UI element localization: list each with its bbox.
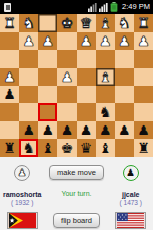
square-d4[interactable] [77, 68, 96, 86]
white-player-info: ramoshorta ( 1932 ) [3, 191, 42, 207]
white-player-name: ramoshorta [3, 191, 42, 199]
clock-text: 2:49 PM [122, 0, 150, 14]
black-rook-h8: ♜ [3, 141, 16, 155]
square-d8[interactable]: ♛ [77, 139, 96, 157]
white-pawn-f2: ♟ [42, 34, 55, 48]
white-pawn-h4: ♟ [3, 70, 16, 84]
square-g7[interactable]: ♟ [19, 121, 38, 139]
usa-flag-icon [115, 212, 146, 229]
white-knight-g1: ♞ [22, 16, 35, 30]
black-pawn-icon: ♟ [126, 168, 135, 178]
white-rook-h1: ♜ [3, 16, 16, 30]
app-screen: 2:49 PM ♜♞♚♛♝♞♜♟♟♟♟♟♟♟♟♝♟♞♟♟♟♟♟♟♟♜♞♝♚♛♝♜… [0, 0, 153, 230]
white-pawn-g2: ♟ [22, 34, 35, 48]
square-f5[interactable] [38, 86, 57, 104]
network-activity-icon [88, 3, 97, 12]
square-f7[interactable]: ♟ [38, 121, 57, 139]
square-d6[interactable] [77, 103, 96, 121]
square-a4[interactable] [134, 68, 153, 86]
chess-board: ♜♞♚♛♝♞♜♟♟♟♟♟♟♟♟♝♟♞♟♟♟♟♟♟♟♜♞♝♚♛♝♜ [0, 14, 153, 157]
square-f6[interactable] [38, 103, 57, 121]
sim-card-icon [4, 3, 11, 12]
black-pawn-g7: ♟ [22, 123, 35, 137]
square-h4[interactable]: ♟ [0, 68, 19, 86]
square-a3[interactable] [134, 50, 153, 68]
status-bar: 2:49 PM [0, 0, 153, 14]
square-e8[interactable]: ♚ [57, 139, 76, 157]
square-h2[interactable] [0, 32, 19, 50]
black-bishop-c8: ♝ [99, 141, 112, 155]
square-h5[interactable]: ♟ [0, 86, 19, 104]
square-a1[interactable]: ♜ [134, 14, 153, 32]
black-pawn-a7: ♟ [137, 123, 150, 137]
square-g5[interactable] [19, 86, 38, 104]
square-a2[interactable]: ♟ [134, 32, 153, 50]
square-c8[interactable]: ♝ [96, 139, 115, 157]
white-pawn-e4: ♟ [61, 70, 74, 84]
make-move-button[interactable]: make move [49, 165, 104, 181]
black-pawn-c7: ♟ [99, 123, 112, 137]
square-b3[interactable] [115, 50, 134, 68]
square-c2[interactable]: ♟ [96, 32, 115, 50]
square-b5[interactable] [115, 86, 134, 104]
turn-status-text: Your turn. [61, 190, 91, 197]
square-e4[interactable]: ♟ [57, 68, 76, 86]
white-player-rating: ( 1932 ) [3, 199, 42, 206]
black-player-name: jjcale [120, 191, 142, 199]
white-bishop-c1: ♝ [99, 16, 112, 30]
square-a6[interactable] [134, 103, 153, 121]
square-e2[interactable] [57, 32, 76, 50]
square-h3[interactable] [0, 50, 19, 68]
white-pawn-b2: ♟ [118, 34, 131, 48]
square-b6[interactable] [115, 103, 134, 121]
square-b4[interactable] [115, 68, 134, 86]
square-c3[interactable] [96, 50, 115, 68]
square-h6[interactable] [0, 103, 19, 121]
square-h8[interactable]: ♜ [0, 139, 19, 157]
square-c6[interactable]: ♞ [96, 103, 115, 121]
square-h1[interactable]: ♜ [0, 14, 19, 32]
white-pawn-d2: ♟ [80, 34, 93, 48]
square-g4[interactable] [19, 68, 38, 86]
square-g2[interactable]: ♟ [19, 32, 38, 50]
square-g6[interactable] [19, 103, 38, 121]
white-player-turn-indicator: ♟ [14, 165, 30, 181]
white-queen-d1: ♛ [80, 16, 93, 30]
white-rook-a1: ♜ [137, 16, 150, 30]
square-b1[interactable]: ♞ [115, 14, 134, 32]
square-c4[interactable]: ♝ [96, 68, 115, 86]
black-pawn-f7: ♟ [42, 123, 55, 137]
square-g8[interactable]: ♞ [19, 139, 38, 157]
square-d2[interactable]: ♟ [77, 32, 96, 50]
black-pawn-h5: ♟ [3, 87, 16, 101]
square-f8[interactable]: ♝ [38, 139, 57, 157]
white-pawn-c2: ♟ [99, 34, 112, 48]
timor-leste-flag-icon [7, 212, 38, 229]
square-a8[interactable]: ♜ [134, 139, 153, 157]
square-g3[interactable] [19, 50, 38, 68]
square-d3[interactable] [77, 50, 96, 68]
square-c1[interactable]: ♝ [96, 14, 115, 32]
square-c5[interactable] [96, 86, 115, 104]
black-king-e8: ♚ [61, 141, 74, 155]
square-d1[interactable]: ♛ [77, 14, 96, 32]
square-f3[interactable] [38, 50, 57, 68]
signal-strength-icon [99, 3, 108, 12]
square-a7[interactable]: ♟ [134, 121, 153, 139]
square-e5[interactable] [57, 86, 76, 104]
square-c7[interactable]: ♟ [96, 121, 115, 139]
black-pawn-b7: ♟ [118, 123, 131, 137]
black-player-turn-indicator: ♟ [123, 165, 139, 181]
square-d5[interactable] [77, 86, 96, 104]
square-b8[interactable] [115, 139, 134, 157]
square-h7[interactable] [0, 121, 19, 139]
black-rook-a8: ♜ [137, 141, 150, 155]
game-panel: ♟ make move ♟ ramoshorta ( 1932 ) Your t… [0, 157, 153, 230]
square-g1[interactable]: ♞ [19, 14, 38, 32]
square-e1[interactable]: ♚ [57, 14, 76, 32]
square-f4[interactable] [38, 68, 57, 86]
white-knight-b1: ♞ [118, 16, 131, 30]
black-player-info: jjcale ( 1473 ) [120, 191, 142, 207]
black-pawn-e7: ♟ [61, 123, 74, 137]
black-queen-d8: ♛ [80, 141, 93, 155]
square-f2[interactable]: ♟ [38, 32, 57, 50]
square-e7[interactable]: ♟ [57, 121, 76, 139]
square-d7[interactable]: ♟ [77, 121, 96, 139]
black-player-rating: ( 1473 ) [120, 199, 142, 206]
black-bishop-f8: ♝ [42, 141, 55, 155]
square-e6[interactable] [57, 103, 76, 121]
black-pawn-d7: ♟ [80, 123, 93, 137]
square-f1[interactable] [38, 14, 57, 32]
square-a5[interactable] [134, 86, 153, 104]
white-bishop-c4: ♝ [99, 70, 112, 84]
white-pawn-a2: ♟ [137, 34, 150, 48]
square-b2[interactable]: ♟ [115, 32, 134, 50]
black-knight-g8: ♞ [22, 141, 35, 155]
black-knight-c6: ♞ [99, 105, 112, 119]
flip-board-button[interactable]: flip board [53, 213, 100, 229]
square-b7[interactable]: ♟ [115, 121, 134, 139]
white-king-e1: ♚ [61, 16, 74, 30]
square-e3[interactable] [57, 50, 76, 68]
battery-icon [110, 2, 118, 12]
white-pawn-icon: ♟ [18, 168, 27, 178]
